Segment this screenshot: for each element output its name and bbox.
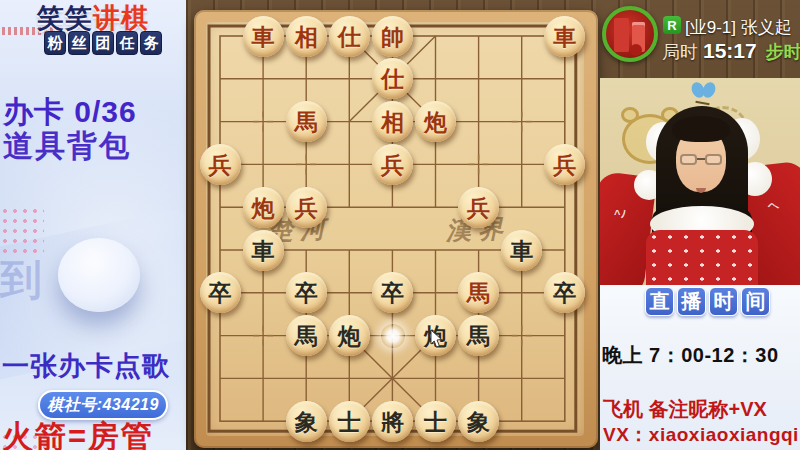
piece-character: 卒 [553, 272, 576, 313]
webcam-view: Disney ^ﾉ へ [600, 78, 800, 285]
game-time-label: 局时 [662, 42, 698, 62]
game-time-value: 15:17 [703, 39, 757, 62]
contact-line-1: 飞机 备注昵称+VX [603, 396, 767, 423]
piece-red-馬-c2r2[interactable]: 馬 [286, 101, 327, 142]
piece-character: 馬 [467, 315, 490, 356]
piece-black-馬-c2r7[interactable]: 馬 [286, 315, 327, 356]
screen: 到 笑笑讲棋 粉丝团任务 办卡 0/36 道具背包 一张办卡点歌 棋社号:434… [0, 0, 800, 450]
piece-character: 士 [338, 401, 361, 442]
stream-info-bar: R [业9-1] 张义起 局时15:17步时 [600, 0, 800, 78]
red-outfit [646, 230, 758, 285]
hair-bangs [672, 116, 730, 142]
piece-red-兵-c4r3[interactable]: 兵 [372, 144, 413, 185]
schedule-panel: 直播时间 晚上 7：00-12：30 飞机 备注昵称+VX VX：xiaoxia… [600, 285, 800, 450]
ghost-character: 到 [0, 252, 42, 308]
live-time-char-box: 时 [709, 287, 738, 316]
piece-red-帥-c4r0[interactable]: 帥 [372, 16, 413, 57]
piece-red-相-c2r0[interactable]: 相 [286, 16, 327, 57]
avatar-image-shape [614, 18, 629, 52]
piece-character: 兵 [467, 187, 490, 228]
fan-club-char-box: 务 [140, 31, 162, 55]
bear-ear [621, 107, 639, 123]
piece-black-馬-c6r7[interactable]: 馬 [458, 315, 499, 356]
piece-character: 將 [381, 401, 404, 442]
piece-character: 馬 [295, 315, 318, 356]
piece-black-車-c1r5[interactable]: 車 [243, 230, 284, 271]
song-request-text: 一张办卡点歌 [2, 348, 170, 384]
piece-red-仕-c4r1[interactable]: 仕 [372, 58, 413, 99]
move-time-label: 步时 [766, 42, 800, 62]
fan-club-char-box: 团 [92, 31, 114, 55]
piece-character: 炮 [252, 187, 275, 228]
piece-character: 仕 [381, 58, 404, 99]
piece-character: 炮 [338, 315, 361, 356]
piece-black-卒-c4r6[interactable]: 卒 [372, 272, 413, 313]
left-sidebar: 到 笑笑讲棋 粉丝团任务 办卡 0/36 道具背包 一张办卡点歌 棋社号:434… [0, 0, 186, 450]
player-title: [业9-1] 张义起 [685, 16, 792, 39]
live-time-title: 直播时间 [645, 287, 770, 316]
dots-decoration [0, 206, 44, 254]
piece-character: 相 [295, 16, 318, 57]
rank-badge-icon: R [663, 16, 681, 34]
move-indicator-glow [381, 324, 405, 348]
piece-red-炮-c5r2[interactable]: 炮 [415, 101, 456, 142]
piece-red-兵-c0r3[interactable]: 兵 [200, 144, 241, 185]
piece-character: 卒 [295, 272, 318, 313]
live-hours-text: 晚上 7：00-12：30 [602, 342, 779, 369]
piece-black-卒-c0r6[interactable]: 卒 [200, 272, 241, 313]
logo-text-2: 讲棋 [93, 3, 149, 33]
piece-black-士-c3r9[interactable]: 士 [329, 401, 370, 442]
piece-black-士-c5r9[interactable]: 士 [415, 401, 456, 442]
piece-black-將-c4r9[interactable]: 將 [372, 401, 413, 442]
piece-character: 兵 [553, 144, 576, 185]
item-backpack-button[interactable]: 道具背包 [3, 126, 131, 167]
piece-character: 兵 [381, 144, 404, 185]
piece-character: 車 [252, 230, 275, 271]
ghost-piece-decoration [58, 238, 140, 312]
piece-red-車-c1r0[interactable]: 車 [243, 16, 284, 57]
contact-line-2: VX：xiaoxiaoxiangqi [603, 422, 799, 448]
fan-club-char-box: 任 [116, 31, 138, 55]
live-time-char-box: 播 [677, 287, 706, 316]
piece-red-兵-c6r4[interactable]: 兵 [458, 187, 499, 228]
piece-character: 馬 [295, 101, 318, 142]
avatar-cap-shape [630, 44, 642, 56]
fan-club-char-box: 粉 [44, 31, 66, 55]
piece-character: 卒 [209, 272, 232, 313]
glasses [680, 154, 722, 166]
piece-character: 炮 [424, 101, 447, 142]
piece-red-兵-c8r3[interactable]: 兵 [544, 144, 585, 185]
live-time-char-box: 间 [741, 287, 770, 316]
piece-red-相-c4r2[interactable]: 相 [372, 101, 413, 142]
piece-character: 象 [295, 401, 318, 442]
mouse-cursor [430, 330, 444, 348]
rocket-admin-text: 火箭=房管 [2, 416, 154, 450]
piece-black-炮-c3r7[interactable]: 炮 [329, 315, 370, 356]
piece-character: 象 [467, 401, 490, 442]
piece-character: 車 [553, 16, 576, 57]
piece-red-車-c8r0[interactable]: 車 [544, 16, 585, 57]
xiangqi-board-area: 楚河 漢界 車相仕帥車仕馬相炮兵兵兵炮兵兵馬車車卒卒卒卒馬炮炮馬象士將士象 [188, 0, 600, 450]
chair-pattern: ^ﾉ [614, 208, 626, 220]
piece-red-兵-c2r4[interactable]: 兵 [286, 187, 327, 228]
live-time-char-box: 直 [645, 287, 674, 316]
piece-character: 車 [252, 16, 275, 57]
piece-character: 車 [510, 230, 533, 271]
piece-character: 馬 [467, 272, 490, 313]
piece-red-仕-c3r0[interactable]: 仕 [329, 16, 370, 57]
piece-black-象-c6r9[interactable]: 象 [458, 401, 499, 442]
piece-character: 卒 [381, 272, 404, 313]
logo-text-1: 笑笑 [37, 3, 93, 33]
clock-row: 局时15:17步时 [662, 39, 800, 64]
piece-character: 士 [424, 401, 447, 442]
piece-black-象-c2r9[interactable]: 象 [286, 401, 327, 442]
piece-character: 帥 [381, 16, 404, 57]
fan-club-char-box: 丝 [68, 31, 90, 55]
chair-pattern: へ [768, 198, 779, 213]
piece-character: 兵 [295, 187, 318, 228]
streamer-avatar[interactable] [602, 6, 658, 62]
piece-black-車-c7r5[interactable]: 車 [501, 230, 542, 271]
piece-black-卒-c2r6[interactable]: 卒 [286, 272, 327, 313]
piece-red-炮-c1r4[interactable]: 炮 [243, 187, 284, 228]
piece-character: 兵 [209, 144, 232, 185]
piece-character: 相 [381, 101, 404, 142]
piece-character: 仕 [338, 16, 361, 57]
fan-club-task-button[interactable]: 粉丝团任务 [44, 31, 162, 55]
